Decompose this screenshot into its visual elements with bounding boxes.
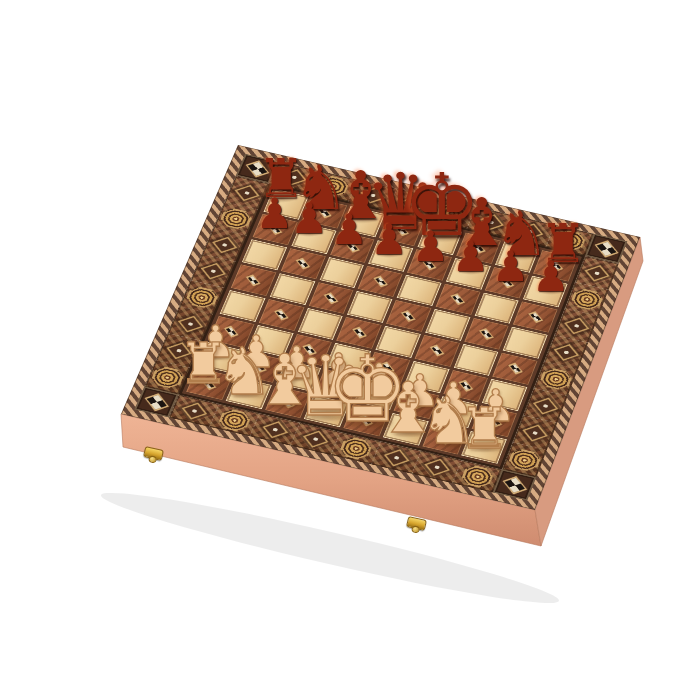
rosette-medallion-icon [216, 407, 252, 433]
checkered-diamond-icon [502, 476, 527, 494]
inlay-diamond-icon [401, 310, 416, 322]
diamond-medallion-icon [181, 402, 206, 419]
piece-black-pawn[interactable]: ♟ [368, 219, 410, 261]
diamond-medallion-icon [212, 236, 237, 253]
inlay-diamond-icon [274, 309, 289, 321]
chess-box-scene: ♜♞♝♛♚♝♞♜♟♟♟♟♟♟♟♟♟♟♟♟♟♟♟♟♜♞♝♛♚♝♞♜ [0, 0, 700, 700]
inlay-diamond-icon [430, 345, 445, 357]
inlay-diamond-icon [451, 293, 466, 305]
diamond-medallion-icon [424, 459, 450, 476]
diamond-medallion-icon [522, 424, 548, 441]
rosette-medallion-icon [459, 464, 495, 490]
inlay-diamond-icon [508, 363, 523, 375]
piece-white-rook[interactable]: ♜ [456, 401, 512, 457]
inlay-diamond-icon [324, 292, 339, 304]
rosette-medallion-icon [184, 285, 220, 310]
rosette-medallion-icon [538, 366, 573, 391]
diamond-medallion-icon [564, 317, 589, 334]
inlay-diamond-icon [246, 274, 261, 286]
inlay-diamond-icon [479, 328, 494, 340]
piece-black-pawn[interactable]: ♟ [410, 226, 452, 268]
diamond-medallion-icon [533, 397, 558, 414]
piece-black-pawn[interactable]: ♟ [450, 236, 492, 278]
piece-black-pawn[interactable]: ♟ [530, 256, 572, 298]
piece-black-pawn[interactable]: ♟ [288, 198, 330, 240]
checkered-diamond-icon [144, 393, 168, 411]
rosette-medallion-icon [569, 287, 604, 312]
inlay-diamond-icon [296, 258, 311, 270]
diamond-medallion-icon [383, 449, 409, 466]
diamond-medallion-icon [554, 344, 579, 361]
rosette-medallion-icon [218, 206, 254, 231]
diamond-medallion-icon [201, 263, 226, 280]
checkered-diamond-icon [594, 240, 618, 257]
piece-black-pawn[interactable]: ♟ [328, 209, 370, 251]
inlay-diamond-icon [373, 276, 388, 288]
inlay-diamond-icon [528, 311, 543, 323]
piece-black-pawn[interactable]: ♟ [490, 246, 532, 288]
